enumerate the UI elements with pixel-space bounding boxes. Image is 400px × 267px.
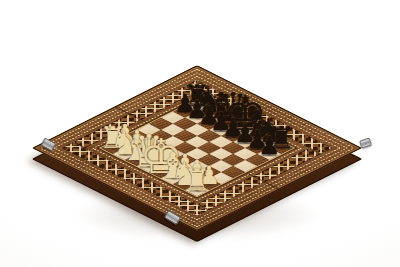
- square-h1: ♜: [185, 184, 209, 196]
- chess-set-photo: ♜♞♝♛♚♝♞♜♟♟♟♟♟♟♟♟♟♟♟♟♟♟♟♟♜♞♝♛♚♝♞♜: [0, 0, 400, 267]
- metal-hinge-icon: [359, 137, 372, 148]
- piece-black-pawn: ♟: [257, 133, 279, 158]
- piece-white-rook: ♜: [183, 165, 210, 195]
